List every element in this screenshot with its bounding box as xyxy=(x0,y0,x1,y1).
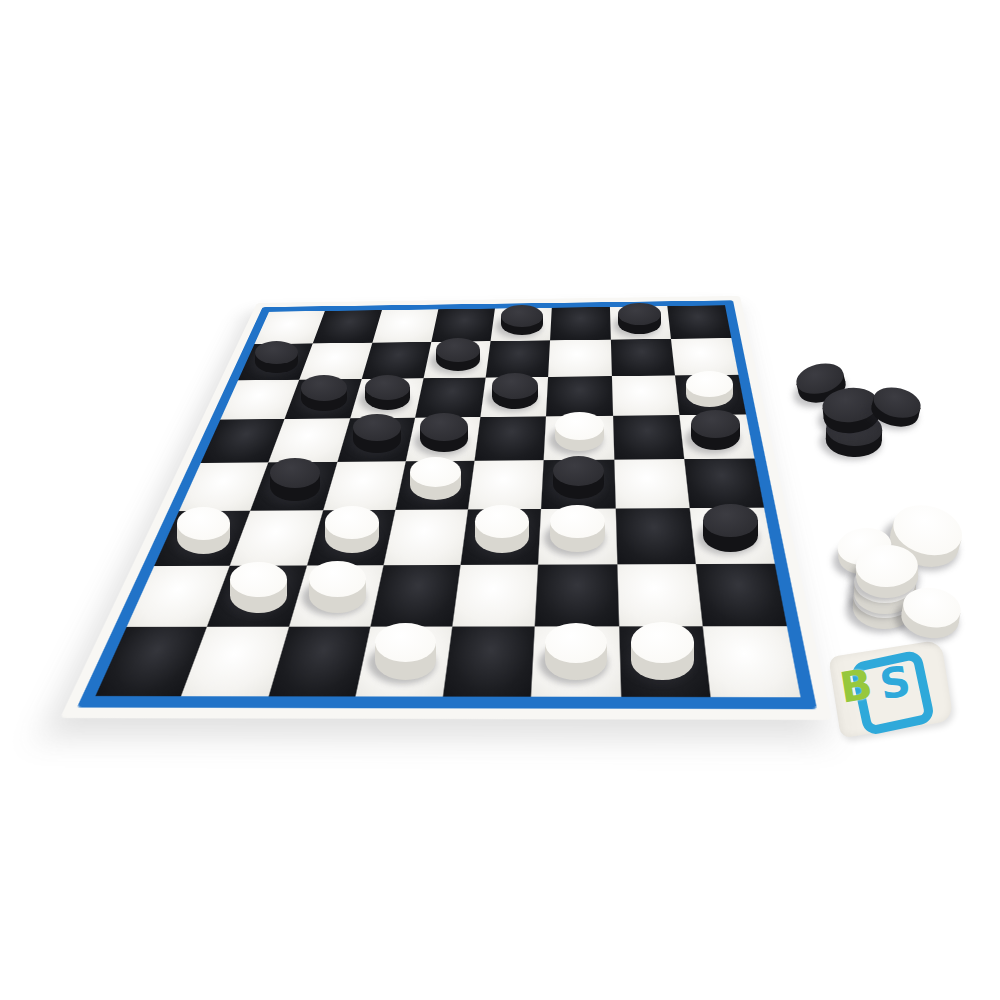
brand-logo-letter-b: B xyxy=(837,663,875,709)
square-r8c5 xyxy=(443,626,535,697)
square-r1c6 xyxy=(550,307,610,341)
square-r3c4 xyxy=(415,377,486,417)
square-r4c6 xyxy=(544,416,614,461)
square-r5c7 xyxy=(614,459,690,509)
checkers-mat xyxy=(60,296,832,720)
square-r3c3 xyxy=(350,378,424,418)
white-checker-pile-4 xyxy=(854,561,916,614)
square-r3c5 xyxy=(480,377,548,417)
square-r3c8 xyxy=(675,374,746,415)
white-checker-pile-6 xyxy=(898,583,964,642)
square-r8c8 xyxy=(702,626,800,697)
square-r1c5 xyxy=(491,308,553,342)
white-checker-pile-5 xyxy=(855,544,919,599)
square-r6c7 xyxy=(615,508,695,564)
square-r2c3 xyxy=(361,342,431,379)
brand-logo-letter-s: S xyxy=(877,660,913,706)
square-r5c6 xyxy=(541,460,615,510)
square-r4c4 xyxy=(406,417,481,461)
square-r7c5 xyxy=(452,564,538,626)
square-r8c6 xyxy=(531,626,620,697)
square-r2c8 xyxy=(671,338,739,375)
square-r1c4 xyxy=(431,309,495,343)
square-r7c4 xyxy=(370,564,460,626)
square-r2c7 xyxy=(610,339,674,376)
square-r2c6 xyxy=(548,340,611,377)
square-r6c3 xyxy=(307,510,396,565)
white-checker-pile-3 xyxy=(852,575,916,630)
square-r7c8 xyxy=(695,563,786,626)
square-r7c6 xyxy=(535,564,618,626)
square-r6c5 xyxy=(461,509,542,564)
square-r3c7 xyxy=(611,375,679,415)
brand-tag: B S xyxy=(828,640,953,739)
black-checker-pile-1 xyxy=(793,359,849,408)
black-checker-pile-4 xyxy=(868,383,924,432)
square-r8c7 xyxy=(618,626,710,697)
product-photo-stage: B S xyxy=(0,0,1000,1000)
black-checker-pile-3 xyxy=(821,385,881,435)
black-checker-pile-2 xyxy=(825,411,883,458)
square-r8c4 xyxy=(355,626,452,696)
square-r5c5 xyxy=(468,460,544,509)
checkerboard-grid xyxy=(95,305,800,697)
square-r7c3 xyxy=(288,565,383,627)
square-r1c3 xyxy=(372,309,438,342)
square-r1c8 xyxy=(667,305,731,339)
square-r1c7 xyxy=(609,306,670,340)
square-r6c6 xyxy=(538,509,616,564)
square-r3c6 xyxy=(546,376,612,416)
square-r6c8 xyxy=(689,508,774,564)
square-r7c7 xyxy=(617,564,703,627)
square-r4c3 xyxy=(337,418,415,462)
square-r6c4 xyxy=(383,510,468,565)
square-r2c5 xyxy=(486,341,551,378)
square-r4c5 xyxy=(475,416,547,461)
square-r4c8 xyxy=(679,414,754,459)
square-r4c7 xyxy=(612,415,683,460)
square-r5c8 xyxy=(684,459,764,509)
square-r2c2 xyxy=(300,343,372,380)
square-r5c3 xyxy=(323,461,406,510)
square-r1c2 xyxy=(313,310,382,343)
square-r5c4 xyxy=(395,461,474,510)
white-checker-pile-2 xyxy=(836,525,895,577)
square-r2c4 xyxy=(423,341,490,378)
square-r3c2 xyxy=(285,379,361,419)
white-checker-pile-1 xyxy=(884,497,968,574)
